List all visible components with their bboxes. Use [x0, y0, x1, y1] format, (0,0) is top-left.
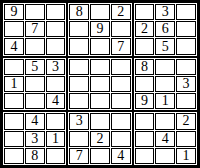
cell-r6c6-empty[interactable]: [111, 93, 131, 109]
cell-r2c1-empty[interactable]: [4, 21, 24, 37]
cell-r6c8-given[interactable]: 1: [155, 93, 175, 109]
cell-r4c5-empty[interactable]: [90, 59, 110, 75]
sudoku-board: 974829732655314839143183274241: [0, 0, 200, 168]
cell-r3c2-empty[interactable]: [25, 38, 45, 54]
cell-r7c4-given[interactable]: 3: [69, 113, 89, 129]
box-4: 5314: [2, 57, 67, 112]
cell-r1c4-given[interactable]: 8: [69, 4, 89, 20]
cell-r5c3-empty[interactable]: [46, 76, 66, 92]
cell-r6c9-empty[interactable]: [176, 93, 196, 109]
cell-r1c6-given[interactable]: 2: [111, 4, 131, 20]
box-3: 3265: [133, 2, 198, 57]
cell-r9c9-given[interactable]: 1: [176, 148, 196, 164]
cell-r3c1-given[interactable]: 4: [4, 38, 24, 54]
cell-r6c7-given[interactable]: 9: [135, 93, 155, 109]
cell-r3c7-empty[interactable]: [135, 38, 155, 54]
cell-r2c4-empty[interactable]: [69, 21, 89, 37]
box-5: [67, 57, 132, 112]
cell-r8c5-given[interactable]: 2: [90, 131, 110, 147]
cell-r8c6-empty[interactable]: [111, 131, 131, 147]
cell-r5c1-given[interactable]: 1: [4, 76, 24, 92]
cell-r6c1-empty[interactable]: [4, 93, 24, 109]
cell-r3c6-given[interactable]: 7: [111, 38, 131, 54]
cell-r3c9-empty[interactable]: [176, 38, 196, 54]
cell-r5c9-given[interactable]: 3: [176, 76, 196, 92]
cell-r9c4-given[interactable]: 7: [69, 148, 89, 164]
box-6: 8391: [133, 57, 198, 112]
cell-r4c4-empty[interactable]: [69, 59, 89, 75]
cell-r6c2-empty[interactable]: [25, 93, 45, 109]
cell-r2c7-given[interactable]: 2: [135, 21, 155, 37]
cell-r7c9-given[interactable]: 2: [176, 113, 196, 129]
cell-r4c3-given[interactable]: 3: [46, 59, 66, 75]
cell-r6c4-empty[interactable]: [69, 93, 89, 109]
cell-r9c7-empty[interactable]: [135, 148, 155, 164]
cell-r4c9-empty[interactable]: [176, 59, 196, 75]
box-7: 4318: [2, 111, 67, 166]
cell-r4c6-empty[interactable]: [111, 59, 131, 75]
cell-r3c4-empty[interactable]: [69, 38, 89, 54]
cell-r2c5-given[interactable]: 9: [90, 21, 110, 37]
cell-r1c2-empty[interactable]: [25, 4, 45, 20]
cell-r2c3-empty[interactable]: [46, 21, 66, 37]
cell-r5c4-empty[interactable]: [69, 76, 89, 92]
cell-r1c1-given[interactable]: 9: [4, 4, 24, 20]
cell-r7c6-empty[interactable]: [111, 113, 131, 129]
cell-r7c8-empty[interactable]: [155, 113, 175, 129]
cell-r7c5-empty[interactable]: [90, 113, 110, 129]
cell-r1c7-empty[interactable]: [135, 4, 155, 20]
box-9: 241: [133, 111, 198, 166]
cell-r2c2-given[interactable]: 7: [25, 21, 45, 37]
cell-r8c9-empty[interactable]: [176, 131, 196, 147]
cell-r6c3-given[interactable]: 4: [46, 93, 66, 109]
cell-r2c6-empty[interactable]: [111, 21, 131, 37]
cell-r4c8-empty[interactable]: [155, 59, 175, 75]
cell-r9c3-empty[interactable]: [46, 148, 66, 164]
cell-r4c2-given[interactable]: 5: [25, 59, 45, 75]
cell-r3c3-empty[interactable]: [46, 38, 66, 54]
cell-r5c5-empty[interactable]: [90, 76, 110, 92]
cell-r6c5-empty[interactable]: [90, 93, 110, 109]
cell-r3c8-given[interactable]: 5: [155, 38, 175, 54]
cell-r9c6-given[interactable]: 4: [111, 148, 131, 164]
cell-r5c6-empty[interactable]: [111, 76, 131, 92]
cell-r4c1-empty[interactable]: [4, 59, 24, 75]
cell-r9c5-empty[interactable]: [90, 148, 110, 164]
cell-r8c4-empty[interactable]: [69, 131, 89, 147]
cell-r1c9-empty[interactable]: [176, 4, 196, 20]
cell-r2c9-empty[interactable]: [176, 21, 196, 37]
cell-r5c8-empty[interactable]: [155, 76, 175, 92]
box-2: 8297: [67, 2, 132, 57]
cell-r7c7-empty[interactable]: [135, 113, 155, 129]
cell-r8c8-given[interactable]: 4: [155, 131, 175, 147]
cell-r2c8-given[interactable]: 6: [155, 21, 175, 37]
cell-r1c5-empty[interactable]: [90, 4, 110, 20]
cell-r1c8-given[interactable]: 3: [155, 4, 175, 20]
cell-r8c3-given[interactable]: 1: [46, 131, 66, 147]
cell-r5c7-empty[interactable]: [135, 76, 155, 92]
box-1: 974: [2, 2, 67, 57]
cell-r8c2-given[interactable]: 3: [25, 131, 45, 147]
cell-r8c1-empty[interactable]: [4, 131, 24, 147]
cell-r9c2-given[interactable]: 8: [25, 148, 45, 164]
cell-r7c3-empty[interactable]: [46, 113, 66, 129]
cell-r8c7-empty[interactable]: [135, 131, 155, 147]
cell-r4c7-given[interactable]: 8: [135, 59, 155, 75]
cell-r1c3-empty[interactable]: [46, 4, 66, 20]
cell-r9c8-empty[interactable]: [155, 148, 175, 164]
cell-r7c1-empty[interactable]: [4, 113, 24, 129]
cell-r9c1-empty[interactable]: [4, 148, 24, 164]
cell-r3c5-empty[interactable]: [90, 38, 110, 54]
box-8: 3274: [67, 111, 132, 166]
cell-r5c2-empty[interactable]: [25, 76, 45, 92]
cell-r7c2-given[interactable]: 4: [25, 113, 45, 129]
